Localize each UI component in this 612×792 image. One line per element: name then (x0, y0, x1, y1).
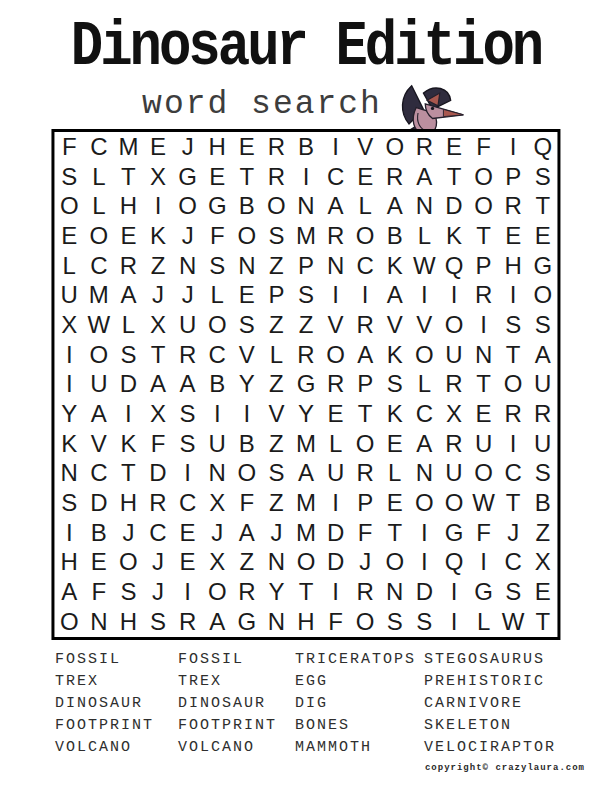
grid-cell-r10-c15[interactable]: E (469, 399, 499, 429)
grid-cell-r4-c17[interactable]: E (528, 221, 558, 251)
grid-cell-r9-c7[interactable]: Y (232, 370, 262, 400)
grid-cell-r5-c6[interactable]: S (202, 251, 232, 281)
grid-cell-r3-c10[interactable]: A (321, 191, 351, 221)
grid-cell-r7-c6[interactable]: O (202, 310, 232, 340)
grid-cell-r1-c17[interactable]: Q (528, 132, 558, 162)
grid-cell-r4-c5[interactable]: J (173, 221, 203, 251)
grid-cell-r2-c2[interactable]: L (84, 162, 114, 192)
grid-cell-r5-c14[interactable]: Q (439, 251, 469, 281)
grid-cell-r14-c13[interactable]: I (410, 518, 440, 548)
grid-cell-r8-c6[interactable]: C (202, 340, 232, 370)
grid-cell-r16-c12[interactable]: N (380, 577, 410, 607)
grid-cell-r16-c5[interactable]: I (173, 577, 203, 607)
grid-cell-r5-c12[interactable]: K (380, 251, 410, 281)
grid-cell-r4-c4[interactable]: K (143, 221, 173, 251)
subtitle-row: word search (0, 78, 612, 130)
grid-cell-r17-c13[interactable]: S (410, 607, 440, 637)
grid-cell-r1-c8[interactable]: R (262, 132, 292, 162)
grid-cell-r10-c16[interactable]: R (498, 399, 528, 429)
grid-cell-r14-c5[interactable]: E (173, 518, 203, 548)
grid-cell-r12-c16[interactable]: C (498, 459, 528, 489)
grid-cell-r13-c11[interactable]: P (350, 488, 380, 518)
grid-cell-r8-c14[interactable]: U (439, 340, 469, 370)
grid-cell-r10-c2[interactable]: A (84, 399, 114, 429)
grid-cell-r11-c15[interactable]: U (469, 429, 499, 459)
grid-cell-r10-c1[interactable]: Y (54, 399, 84, 429)
grid-cell-r5-c10[interactable]: N (321, 251, 351, 281)
grid-cell-r12-c9[interactable]: A (291, 459, 321, 489)
grid-cell-r16-c2[interactable]: F (84, 577, 114, 607)
grid-cell-r8-c4[interactable]: T (143, 340, 173, 370)
grid-cell-r12-c11[interactable]: R (350, 459, 380, 489)
grid-cell-r7-c15[interactable]: I (469, 310, 499, 340)
grid-cell-r5-c8[interactable]: Z (262, 251, 292, 281)
grid-cell-r10-c14[interactable]: X (439, 399, 469, 429)
grid-cell-r13-c4[interactable]: R (143, 488, 173, 518)
grid-cell-r12-c6[interactable]: N (202, 459, 232, 489)
grid-cell-r12-c15[interactable]: O (469, 459, 499, 489)
grid-cell-r4-c15[interactable]: T (469, 221, 499, 251)
grid-cell-r14-c1[interactable]: I (54, 518, 84, 548)
grid-cell-r11-c14[interactable]: R (439, 429, 469, 459)
grid-cell-r6-c9[interactable]: S (291, 280, 321, 310)
grid-cell-r17-c4[interactable]: S (143, 607, 173, 637)
grid-cell-r13-c1[interactable]: S (54, 488, 84, 518)
grid-cell-r5-c11[interactable]: C (350, 251, 380, 281)
grid-cell-r10-c8[interactable]: V (262, 399, 292, 429)
grid-cell-r14-c11[interactable]: F (350, 518, 380, 548)
grid-cell-r8-c5[interactable]: R (173, 340, 203, 370)
grid-cell-r15-c3[interactable]: O (114, 548, 144, 578)
grid-cell-r9-c8[interactable]: Z (262, 370, 292, 400)
grid-cell-r12-c14[interactable]: U (439, 459, 469, 489)
grid-cell-r6-c14[interactable]: I (439, 280, 469, 310)
grid-cell-r11-c16[interactable]: I (498, 429, 528, 459)
grid-cell-r2-c10[interactable]: C (321, 162, 351, 192)
grid-cell-r13-c6[interactable]: X (202, 488, 232, 518)
grid-cell-r17-c6[interactable]: A (202, 607, 232, 637)
grid-cell-r1-c3[interactable]: M (114, 132, 144, 162)
grid-cell-r5-c7[interactable]: N (232, 251, 262, 281)
grid-cell-r9-c10[interactable]: R (321, 370, 351, 400)
grid-cell-r16-c3[interactable]: S (114, 577, 144, 607)
grid-cell-r11-c7[interactable]: B (232, 429, 262, 459)
grid-cell-r14-c3[interactable]: J (114, 518, 144, 548)
grid-cell-r16-c8[interactable]: Y (262, 577, 292, 607)
grid-cell-r11-c2[interactable]: V (84, 429, 114, 459)
grid-cell-r12-c5[interactable]: I (173, 459, 203, 489)
grid-cell-r4-c14[interactable]: K (439, 221, 469, 251)
grid-cell-r16-c15[interactable]: G (469, 577, 499, 607)
grid-cell-r12-c7[interactable]: O (232, 459, 262, 489)
grid-cell-r3-c1[interactable]: O (54, 191, 84, 221)
grid-cell-r15-c8[interactable]: N (262, 548, 292, 578)
grid-cell-r3-c3[interactable]: H (114, 191, 144, 221)
grid-cell-r14-c10[interactable]: D (321, 518, 351, 548)
grid-cell-r4-c9[interactable]: M (291, 221, 321, 251)
grid-cell-r4-c7[interactable]: O (232, 221, 262, 251)
grid-cell-r1-c16[interactable]: I (498, 132, 528, 162)
grid-cell-r17-c12[interactable]: S (380, 607, 410, 637)
word-item: SKELETON (424, 715, 594, 737)
grid-cell-r6-c13[interactable]: I (410, 280, 440, 310)
grid-cell-r15-c1[interactable]: H (54, 548, 84, 578)
word-search-board: FCMEJHERBIVOREFIQSLTXGETRICERATOPSOLHIOG… (51, 129, 560, 640)
grid-cell-r1-c13[interactable]: R (410, 132, 440, 162)
grid-cell-r3-c14[interactable]: D (439, 191, 469, 221)
grid-cell-r13-c12[interactable]: E (380, 488, 410, 518)
grid-cell-r8-c17[interactable]: A (528, 340, 558, 370)
grid-cell-r2-c7[interactable]: T (232, 162, 262, 192)
grid-cell-r9-c17[interactable]: U (528, 370, 558, 400)
grid-cell-r17-c15[interactable]: L (469, 607, 499, 637)
grid-cell-r6-c10[interactable]: I (321, 280, 351, 310)
grid-cell-r15-c12[interactable]: O (380, 548, 410, 578)
grid-cell-r16-c9[interactable]: T (291, 577, 321, 607)
grid-cell-r5-c15[interactable]: P (469, 251, 499, 281)
grid-cell-r3-c11[interactable]: L (350, 191, 380, 221)
grid-cell-r12-c12[interactable]: L (380, 459, 410, 489)
grid-cell-r13-c16[interactable]: T (498, 488, 528, 518)
grid-cell-r7-c11[interactable]: R (350, 310, 380, 340)
grid-cell-r14-c7[interactable]: A (232, 518, 262, 548)
grid-cell-r5-c4[interactable]: Z (143, 251, 173, 281)
word-list: FOSSILTREXDINOSAURFOOTPRINTVOLCANOFOSSIL… (55, 649, 594, 759)
grid-cell-r1-c2[interactable]: C (84, 132, 114, 162)
grid-cell-r9-c15[interactable]: T (469, 370, 499, 400)
grid-cell-r14-c14[interactable]: G (439, 518, 469, 548)
grid-cell-r6-c4[interactable]: J (143, 280, 173, 310)
grid-cell-r11-c6[interactable]: U (202, 429, 232, 459)
grid-cell-r1-c10[interactable]: I (321, 132, 351, 162)
grid-cell-r15-c16[interactable]: C (498, 548, 528, 578)
grid-cell-r15-c5[interactable]: E (173, 548, 203, 578)
grid-cell-r6-c17[interactable]: O (528, 280, 558, 310)
grid-cell-r5-c16[interactable]: H (498, 251, 528, 281)
grid-cell-r9-c14[interactable]: R (439, 370, 469, 400)
grid-cell-r17-c14[interactable]: I (439, 607, 469, 637)
grid-cell-r13-c9[interactable]: M (291, 488, 321, 518)
grid-cell-r16-c1[interactable]: A (54, 577, 84, 607)
grid-cell-r16-c10[interactable]: I (321, 577, 351, 607)
grid-cell-r9-c16[interactable]: O (498, 370, 528, 400)
grid-cell-r13-c14[interactable]: O (439, 488, 469, 518)
grid-cell-r3-c8[interactable]: O (262, 191, 292, 221)
grid-cell-r14-c17[interactable]: Z (528, 518, 558, 548)
grid-cell-r3-c4[interactable]: I (143, 191, 173, 221)
grid-cell-r4-c10[interactable]: R (321, 221, 351, 251)
grid-cell-r5-c13[interactable]: W (410, 251, 440, 281)
grid-cell-r4-c12[interactable]: B (380, 221, 410, 251)
grid-cell-r12-c3[interactable]: T (114, 459, 144, 489)
grid-cell-r15-c10[interactable]: D (321, 548, 351, 578)
grid-cell-r10-c5[interactable]: S (173, 399, 203, 429)
grid-cell-r11-c10[interactable]: L (321, 429, 351, 459)
grid-cell-r2-c13[interactable]: A (410, 162, 440, 192)
grid-cell-r9-c3[interactable]: D (114, 370, 144, 400)
copyright-text: copyright© crazylaura.com (425, 763, 585, 773)
grid-cell-r3-c9[interactable]: N (291, 191, 321, 221)
grid-cell-r9-c1[interactable]: I (54, 370, 84, 400)
grid-cell-r3-c12[interactable]: A (380, 191, 410, 221)
grid-cell-r4-c3[interactable]: E (114, 221, 144, 251)
grid-cell-r5-c5[interactable]: N (173, 251, 203, 281)
word-item: DINOSAUR (55, 693, 178, 715)
grid-cell-r8-c11[interactable]: A (350, 340, 380, 370)
grid-cell-r17-c1[interactable]: O (54, 607, 84, 637)
grid-cell-r3-c17[interactable]: T (528, 191, 558, 221)
grid-cell-r7-c1[interactable]: X (54, 310, 84, 340)
grid-cell-r16-c4[interactable]: J (143, 577, 173, 607)
grid-cell-r14-c16[interactable]: J (498, 518, 528, 548)
grid-cell-r6-c12[interactable]: A (380, 280, 410, 310)
grid-cell-r16-c11[interactable]: R (350, 577, 380, 607)
grid-cell-r10-c3[interactable]: I (114, 399, 144, 429)
grid-cell-r16-c7[interactable]: R (232, 577, 262, 607)
grid-cell-r12-c13[interactable]: N (410, 459, 440, 489)
grid-cell-r8-c9[interactable]: R (291, 340, 321, 370)
grid-cell-r5-c9[interactable]: P (291, 251, 321, 281)
grid-cell-r14-c15[interactable]: F (469, 518, 499, 548)
grid-cell-r6-c5[interactable]: J (173, 280, 203, 310)
grid-cell-r17-c11[interactable]: O (350, 607, 380, 637)
grid-cell-r8-c8[interactable]: L (262, 340, 292, 370)
grid-cell-r9-c9[interactable]: G (291, 370, 321, 400)
grid-cell-r8-c16[interactable]: T (498, 340, 528, 370)
grid-cell-r4-c6[interactable]: F (202, 221, 232, 251)
grid-cell-r2-c9[interactable]: I (291, 162, 321, 192)
grid-cell-r8-c3[interactable]: S (114, 340, 144, 370)
word-item: DIG (295, 693, 424, 715)
grid-cell-r17-c2[interactable]: N (84, 607, 114, 637)
grid-cell-r8-c2[interactable]: O (84, 340, 114, 370)
grid-cell-r6-c15[interactable]: R (469, 280, 499, 310)
grid-cell-r10-c11[interactable]: T (350, 399, 380, 429)
grid-cell-r4-c1[interactable]: E (54, 221, 84, 251)
grid-cell-r3-c13[interactable]: N (410, 191, 440, 221)
grid-cell-r11-c4[interactable]: F (143, 429, 173, 459)
grid-cell-r4-c2[interactable]: O (84, 221, 114, 251)
grid-cell-r13-c17[interactable]: B (528, 488, 558, 518)
grid-cell-r9-c6[interactable]: B (202, 370, 232, 400)
grid-cell-r3-c16[interactable]: R (498, 191, 528, 221)
grid-cell-r16-c6[interactable]: O (202, 577, 232, 607)
grid-cell-r9-c4[interactable]: A (143, 370, 173, 400)
grid-cell-r13-c3[interactable]: H (114, 488, 144, 518)
grid-cell-r10-c10[interactable]: E (321, 399, 351, 429)
grid-cell-r15-c6[interactable]: X (202, 548, 232, 578)
grid-cell-r9-c11[interactable]: P (350, 370, 380, 400)
grid-cell-r5-c1[interactable]: L (54, 251, 84, 281)
grid-cell-r17-c5[interactable]: R (173, 607, 203, 637)
grid-cell-r2-c5[interactable]: G (173, 162, 203, 192)
grid-cell-r3-c2[interactable]: L (84, 191, 114, 221)
grid-cell-r7-c14[interactable]: O (439, 310, 469, 340)
grid-cell-r15-c14[interactable]: Q (439, 548, 469, 578)
grid-cell-r16-c14[interactable]: I (439, 577, 469, 607)
grid-cell-r2-c16[interactable]: P (498, 162, 528, 192)
grid-cell-r8-c12[interactable]: K (380, 340, 410, 370)
grid-cell-r3-c5[interactable]: O (173, 191, 203, 221)
grid-cell-r10-c7[interactable]: I (232, 399, 262, 429)
grid-cell-r15-c11[interactable]: J (350, 548, 380, 578)
grid-cell-r13-c13[interactable]: O (410, 488, 440, 518)
grid-cell-r2-c3[interactable]: T (114, 162, 144, 192)
word-item: DINOSAUR (178, 693, 295, 715)
grid-cell-r4-c16[interactable]: E (498, 221, 528, 251)
grid-cell-r8-c7[interactable]: V (232, 340, 262, 370)
grid-cell-r7-c2[interactable]: W (84, 310, 114, 340)
grid-cell-r9-c13[interactable]: L (410, 370, 440, 400)
grid-cell-r17-c17[interactable]: T (528, 607, 558, 637)
grid-cell-r1-c14[interactable]: E (439, 132, 469, 162)
grid-cell-r1-c6[interactable]: H (202, 132, 232, 162)
grid-cell-r16-c17[interactable]: E (528, 577, 558, 607)
grid-cell-r11-c5[interactable]: S (173, 429, 203, 459)
grid-cell-r13-c7[interactable]: F (232, 488, 262, 518)
grid-cell-r17-c8[interactable]: N (262, 607, 292, 637)
grid-cell-r7-c9[interactable]: Z (291, 310, 321, 340)
grid-cell-r8-c15[interactable]: N (469, 340, 499, 370)
grid-cell-r11-c1[interactable]: K (54, 429, 84, 459)
grid-cell-r11-c12[interactable]: E (380, 429, 410, 459)
grid-cell-r15-c7[interactable]: Z (232, 548, 262, 578)
grid-cell-r13-c5[interactable]: C (173, 488, 203, 518)
grid-cell-r7-c13[interactable]: V (410, 310, 440, 340)
grid-cell-r1-c5[interactable]: J (173, 132, 203, 162)
grid-cell-r6-c8[interactable]: P (262, 280, 292, 310)
grid-cell-r9-c2[interactable]: U (84, 370, 114, 400)
grid-cell-r3-c15[interactable]: O (469, 191, 499, 221)
grid-cell-r2-c11[interactable]: E (350, 162, 380, 192)
grid-cell-r7-c10[interactable]: V (321, 310, 351, 340)
grid-cell-r13-c2[interactable]: D (84, 488, 114, 518)
grid-cell-r6-c1[interactable]: U (54, 280, 84, 310)
grid-cell-r4-c8[interactable]: S (262, 221, 292, 251)
grid-cell-r16-c13[interactable]: D (410, 577, 440, 607)
grid-cell-r1-c12[interactable]: O (380, 132, 410, 162)
grid-cell-r2-c17[interactable]: S (528, 162, 558, 192)
grid-cell-r14-c4[interactable]: C (143, 518, 173, 548)
grid-cell-r2-c12[interactable]: R (380, 162, 410, 192)
grid-cell-r12-c4[interactable]: D (143, 459, 173, 489)
grid-cell-r17-c7[interactable]: G (232, 607, 262, 637)
word-item: EGG (295, 671, 424, 693)
grid-cell-r1-c15[interactable]: F (469, 132, 499, 162)
grid-cell-r17-c9[interactable]: H (291, 607, 321, 637)
grid-cell-r17-c16[interactable]: W (498, 607, 528, 637)
grid-cell-r12-c17[interactable]: S (528, 459, 558, 489)
grid-cell-r2-c4[interactable]: X (143, 162, 173, 192)
grid-cell-r16-c16[interactable]: S (498, 577, 528, 607)
grid-cell-r12-c8[interactable]: S (262, 459, 292, 489)
grid-cell-r7-c16[interactable]: S (498, 310, 528, 340)
grid-cell-r7-c12[interactable]: V (380, 310, 410, 340)
grid-cell-r6-c11[interactable]: I (350, 280, 380, 310)
grid-cell-r10-c12[interactable]: K (380, 399, 410, 429)
grid-cell-r10-c9[interactable]: Y (291, 399, 321, 429)
grid-cell-r10-c6[interactable]: I (202, 399, 232, 429)
grid-cell-r13-c15[interactable]: W (469, 488, 499, 518)
grid-cell-r2-c6[interactable]: E (202, 162, 232, 192)
grid-cell-r15-c2[interactable]: E (84, 548, 114, 578)
grid-cell-r6-c3[interactable]: A (114, 280, 144, 310)
grid-cell-r5-c2[interactable]: C (84, 251, 114, 281)
grid-cell-r6-c2[interactable]: M (84, 280, 114, 310)
grid-cell-r11-c9[interactable]: M (291, 429, 321, 459)
grid-cell-r3-c6[interactable]: G (202, 191, 232, 221)
grid-cell-r11-c13[interactable]: A (410, 429, 440, 459)
grid-cell-r15-c13[interactable]: I (410, 548, 440, 578)
grid-cell-r11-c3[interactable]: K (114, 429, 144, 459)
grid-cell-r3-c7[interactable]: B (232, 191, 262, 221)
grid-cell-r7-c4[interactable]: X (143, 310, 173, 340)
grid-cell-r15-c4[interactable]: J (143, 548, 173, 578)
grid-cell-r6-c16[interactable]: I (498, 280, 528, 310)
grid-cell-r2-c8[interactable]: R (262, 162, 292, 192)
grid-cell-r13-c8[interactable]: Z (262, 488, 292, 518)
grid-cell-r13-c10[interactable]: I (321, 488, 351, 518)
grid-cell-r15-c15[interactable]: I (469, 548, 499, 578)
grid-cell-r1-c7[interactable]: E (232, 132, 262, 162)
grid-cell-r5-c17[interactable]: G (528, 251, 558, 281)
page-title: Dinosaur Edition (0, 14, 612, 81)
grid-cell-r17-c3[interactable]: H (114, 607, 144, 637)
grid-cell-r15-c17[interactable]: X (528, 548, 558, 578)
grid-cell-r12-c1[interactable]: N (54, 459, 84, 489)
grid-cell-r14-c8[interactable]: J (262, 518, 292, 548)
grid-cell-r8-c10[interactable]: O (321, 340, 351, 370)
grid-cell-r7-c3[interactable]: L (114, 310, 144, 340)
grid-cell-r14-c2[interactable]: B (84, 518, 114, 548)
grid-cell-r1-c9[interactable]: B (291, 132, 321, 162)
grid-cell-r12-c10[interactable]: U (321, 459, 351, 489)
grid-cell-r1-c1[interactable]: F (54, 132, 84, 162)
grid-cell-r7-c8[interactable]: Z (262, 310, 292, 340)
grid-cell-r2-c15[interactable]: O (469, 162, 499, 192)
grid-cell-r11-c11[interactable]: O (350, 429, 380, 459)
grid-cell-r5-c3[interactable]: R (114, 251, 144, 281)
grid-cell-r2-c1[interactable]: S (54, 162, 84, 192)
grid-cell-r14-c9[interactable]: M (291, 518, 321, 548)
grid-cell-r11-c8[interactable]: Z (262, 429, 292, 459)
grid-cell-r14-c12[interactable]: T (380, 518, 410, 548)
grid-cell-r6-c7[interactable]: E (232, 280, 262, 310)
grid-cell-r11-c17[interactable]: U (528, 429, 558, 459)
grid-cell-r15-c9[interactable]: O (291, 548, 321, 578)
grid-cell-r10-c13[interactable]: C (410, 399, 440, 429)
word-item: TREX (178, 671, 295, 693)
grid-cell-r2-c14[interactable]: T (439, 162, 469, 192)
grid-cell-r8-c13[interactable]: O (410, 340, 440, 370)
grid-cell-r4-c11[interactable]: O (350, 221, 380, 251)
grid-cell-r14-c6[interactable]: J (202, 518, 232, 548)
grid-cell-r10-c4[interactable]: X (143, 399, 173, 429)
grid-cell-r1-c11[interactable]: V (350, 132, 380, 162)
grid-cell-r9-c12[interactable]: S (380, 370, 410, 400)
grid-cell-r12-c2[interactable]: C (84, 459, 114, 489)
grid-cell-r8-c1[interactable]: I (54, 340, 84, 370)
grid-cell-r1-c4[interactable]: E (143, 132, 173, 162)
grid-cell-r10-c17[interactable]: R (528, 399, 558, 429)
grid-cell-r4-c13[interactable]: L (410, 221, 440, 251)
grid-cell-r17-c10[interactable]: F (321, 607, 351, 637)
grid-cell-r6-c6[interactable]: L (202, 280, 232, 310)
grid-cell-r9-c5[interactable]: A (173, 370, 203, 400)
grid-cell-r7-c7[interactable]: S (232, 310, 262, 340)
grid-cell-r7-c5[interactable]: U (173, 310, 203, 340)
grid-cell-r7-c17[interactable]: S (528, 310, 558, 340)
